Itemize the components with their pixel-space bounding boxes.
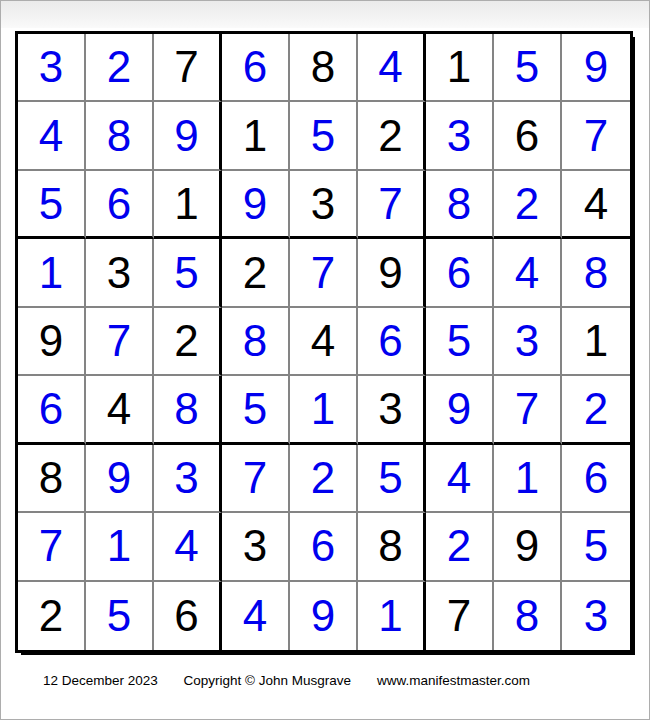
cell-r1c1: 3 xyxy=(18,34,86,102)
sudoku-board: 3276841594891523675619378241352796489728… xyxy=(15,31,633,653)
cell-r7c3: 3 xyxy=(154,445,222,513)
cell-r3c5: 3 xyxy=(290,171,358,239)
cell-r8c4: 3 xyxy=(222,513,290,581)
cell-r8c6: 8 xyxy=(358,513,426,581)
cell-r5c7: 5 xyxy=(426,308,494,376)
cell-r4c2: 3 xyxy=(86,239,154,307)
cell-r2c2: 8 xyxy=(86,102,154,170)
cell-r1c6: 4 xyxy=(358,34,426,102)
cell-r5c2: 7 xyxy=(86,308,154,376)
cell-r8c7: 2 xyxy=(426,513,494,581)
cell-r1c5: 8 xyxy=(290,34,358,102)
cell-r6c5: 1 xyxy=(290,376,358,444)
cell-r1c9: 9 xyxy=(562,34,630,102)
cell-r8c2: 1 xyxy=(86,513,154,581)
cell-r4c9: 8 xyxy=(562,239,630,307)
cell-r2c8: 6 xyxy=(494,102,562,170)
cell-r5c8: 3 xyxy=(494,308,562,376)
cell-r8c9: 5 xyxy=(562,513,630,581)
cell-r9c5: 9 xyxy=(290,582,358,650)
cell-r6c8: 7 xyxy=(494,376,562,444)
sudoku-page: 3276841594891523675619378241352796489728… xyxy=(0,0,650,720)
cell-r8c8: 9 xyxy=(494,513,562,581)
cell-r6c7: 9 xyxy=(426,376,494,444)
cell-r6c9: 2 xyxy=(562,376,630,444)
cell-r8c5: 6 xyxy=(290,513,358,581)
cell-r5c6: 6 xyxy=(358,308,426,376)
footer-website: www.manifestmaster.com xyxy=(377,673,530,688)
cell-r9c1: 2 xyxy=(18,582,86,650)
cell-r1c7: 1 xyxy=(426,34,494,102)
cell-r9c7: 7 xyxy=(426,582,494,650)
cell-r7c8: 1 xyxy=(494,445,562,513)
cell-r3c9: 4 xyxy=(562,171,630,239)
cell-r6c6: 3 xyxy=(358,376,426,444)
cell-r6c4: 5 xyxy=(222,376,290,444)
cell-r7c4: 7 xyxy=(222,445,290,513)
cell-r3c1: 5 xyxy=(18,171,86,239)
cell-r4c8: 4 xyxy=(494,239,562,307)
cell-r2c5: 5 xyxy=(290,102,358,170)
cell-r2c4: 1 xyxy=(222,102,290,170)
cell-r9c2: 5 xyxy=(86,582,154,650)
cell-r4c4: 2 xyxy=(222,239,290,307)
cell-r5c4: 8 xyxy=(222,308,290,376)
cell-r9c3: 6 xyxy=(154,582,222,650)
cell-r2c9: 7 xyxy=(562,102,630,170)
cell-r4c6: 9 xyxy=(358,239,426,307)
cell-r4c7: 6 xyxy=(426,239,494,307)
cell-r7c6: 5 xyxy=(358,445,426,513)
cell-r1c2: 2 xyxy=(86,34,154,102)
cell-r1c8: 5 xyxy=(494,34,562,102)
cell-r6c2: 4 xyxy=(86,376,154,444)
cell-r7c9: 6 xyxy=(562,445,630,513)
cell-r7c7: 4 xyxy=(426,445,494,513)
cell-r6c1: 6 xyxy=(18,376,86,444)
cell-r3c3: 1 xyxy=(154,171,222,239)
cell-r8c3: 4 xyxy=(154,513,222,581)
cell-r5c9: 1 xyxy=(562,308,630,376)
cell-r2c3: 9 xyxy=(154,102,222,170)
cell-r9c6: 1 xyxy=(358,582,426,650)
cell-r5c3: 2 xyxy=(154,308,222,376)
cell-r2c1: 4 xyxy=(18,102,86,170)
cell-r1c4: 6 xyxy=(222,34,290,102)
cell-r3c8: 2 xyxy=(494,171,562,239)
footer-copyright: Copyright © John Musgrave xyxy=(184,673,352,688)
top-strip xyxy=(1,1,649,28)
cell-r2c7: 3 xyxy=(426,102,494,170)
cell-r4c5: 7 xyxy=(290,239,358,307)
cell-r3c2: 6 xyxy=(86,171,154,239)
cell-r5c5: 4 xyxy=(290,308,358,376)
cell-r5c1: 9 xyxy=(18,308,86,376)
cell-r2c6: 2 xyxy=(358,102,426,170)
cell-r9c9: 3 xyxy=(562,582,630,650)
cell-r3c6: 7 xyxy=(358,171,426,239)
cell-r6c3: 8 xyxy=(154,376,222,444)
cell-r7c1: 8 xyxy=(18,445,86,513)
cell-r4c1: 1 xyxy=(18,239,86,307)
footer: 12 December 2023 Copyright © John Musgra… xyxy=(43,673,530,688)
cell-r3c7: 8 xyxy=(426,171,494,239)
cell-r9c8: 8 xyxy=(494,582,562,650)
cell-r7c2: 9 xyxy=(86,445,154,513)
cell-r3c4: 9 xyxy=(222,171,290,239)
cell-r7c5: 2 xyxy=(290,445,358,513)
cell-r1c3: 7 xyxy=(154,34,222,102)
cell-r4c3: 5 xyxy=(154,239,222,307)
footer-date: 12 December 2023 xyxy=(43,673,158,688)
cell-r8c1: 7 xyxy=(18,513,86,581)
cell-r9c4: 4 xyxy=(222,582,290,650)
